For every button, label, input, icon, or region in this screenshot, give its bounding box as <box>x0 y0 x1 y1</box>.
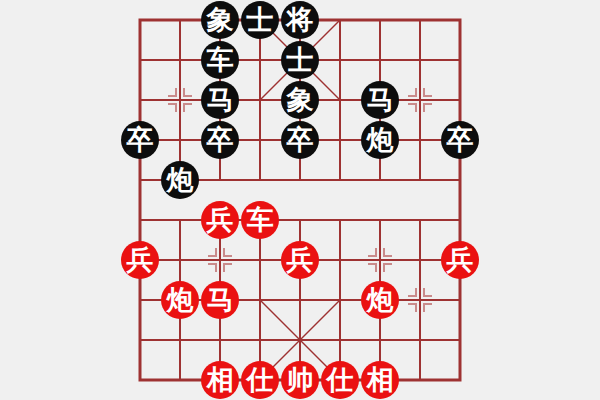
piece-black-elephant[interactable]: 象 <box>281 81 319 119</box>
piece-red-chariot[interactable]: 车 <box>241 201 279 239</box>
piece-red-cannon[interactable]: 炮 <box>161 281 199 319</box>
piece-red-soldier[interactable]: 兵 <box>441 241 479 279</box>
piece-red-cannon[interactable]: 炮 <box>361 281 399 319</box>
piece-red-advisor[interactable]: 仕 <box>321 361 359 399</box>
piece-black-king[interactable]: 将 <box>281 1 319 39</box>
piece-black-horse[interactable]: 马 <box>201 81 239 119</box>
piece-red-soldier[interactable]: 兵 <box>281 241 319 279</box>
piece-red-soldier[interactable]: 兵 <box>121 241 159 279</box>
piece-black-advisor[interactable]: 士 <box>281 41 319 79</box>
piece-black-cannon[interactable]: 炮 <box>161 161 199 199</box>
piece-red-elephant[interactable]: 相 <box>361 361 399 399</box>
piece-red-advisor[interactable]: 仕 <box>241 361 279 399</box>
piece-black-horse[interactable]: 马 <box>361 81 399 119</box>
piece-red-king[interactable]: 帅 <box>281 361 319 399</box>
piece-black-chariot[interactable]: 车 <box>201 41 239 79</box>
piece-red-soldier[interactable]: 兵 <box>201 201 239 239</box>
xiangqi-app: 象士将车士马象马卒卒卒炮卒炮兵车兵兵兵炮马炮相仕帅仕相 <box>0 0 600 400</box>
piece-black-soldier[interactable]: 卒 <box>201 121 239 159</box>
piece-red-horse[interactable]: 马 <box>201 281 239 319</box>
piece-black-soldier[interactable]: 卒 <box>121 121 159 159</box>
piece-red-elephant[interactable]: 相 <box>201 361 239 399</box>
piece-black-soldier[interactable]: 卒 <box>281 121 319 159</box>
piece-black-cannon[interactable]: 炮 <box>361 121 399 159</box>
piece-black-advisor[interactable]: 士 <box>241 1 279 39</box>
xiangqi-board: 象士将车士马象马卒卒卒炮卒炮兵车兵兵兵炮马炮相仕帅仕相 <box>120 0 480 400</box>
piece-black-elephant[interactable]: 象 <box>201 1 239 39</box>
piece-black-soldier[interactable]: 卒 <box>441 121 479 159</box>
